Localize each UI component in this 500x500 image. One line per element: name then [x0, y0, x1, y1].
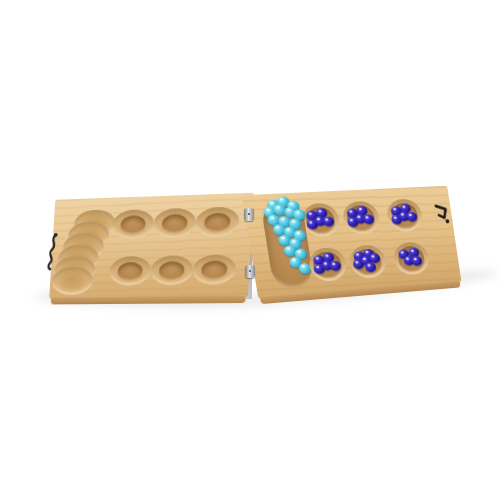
pit-bottom-3[interactable]	[192, 254, 237, 284]
pit-hollow	[161, 214, 187, 233]
pit-top-1[interactable]	[112, 209, 155, 239]
pit-top-2[interactable]	[153, 208, 197, 239]
right-clasp-hook	[433, 202, 453, 227]
pit-bottom-2[interactable]	[150, 255, 194, 285]
right-board-half	[242, 186, 462, 299]
pit-bottom-5[interactable]	[347, 244, 387, 279]
photo-caption: Folding natural-wood mancala (kalah) tra…	[0, 0, 1, 1]
left-board-side-edge	[51, 296, 246, 304]
mancala-board-scene	[30, 183, 490, 318]
pit-hollow	[201, 260, 228, 279]
pit-bottom-1[interactable]	[109, 256, 152, 286]
pit-hollow	[159, 261, 185, 280]
pit-hollow	[204, 213, 231, 232]
pit-top-5[interactable]	[341, 201, 381, 235]
left-store-pit[interactable]	[55, 202, 114, 295]
right-store-cell	[254, 199, 310, 292]
pit-hollow	[120, 215, 146, 234]
hinge-knuckle-top	[244, 208, 254, 221]
left-board-half	[49, 193, 254, 299]
left-clasp-hook	[45, 232, 63, 272]
product-photo: Folding natural-wood mancala (kalah) tra…	[0, 0, 500, 500]
left-store-cell	[55, 202, 114, 295]
pit-bottom-6[interactable]	[392, 241, 431, 275]
pit-hollow	[117, 262, 143, 280]
pit-top-6[interactable]	[385, 198, 424, 232]
pit-bottom-4[interactable]	[307, 247, 348, 282]
pit-top-3[interactable]	[195, 206, 240, 237]
hinge-knuckle-bottom	[245, 265, 255, 278]
